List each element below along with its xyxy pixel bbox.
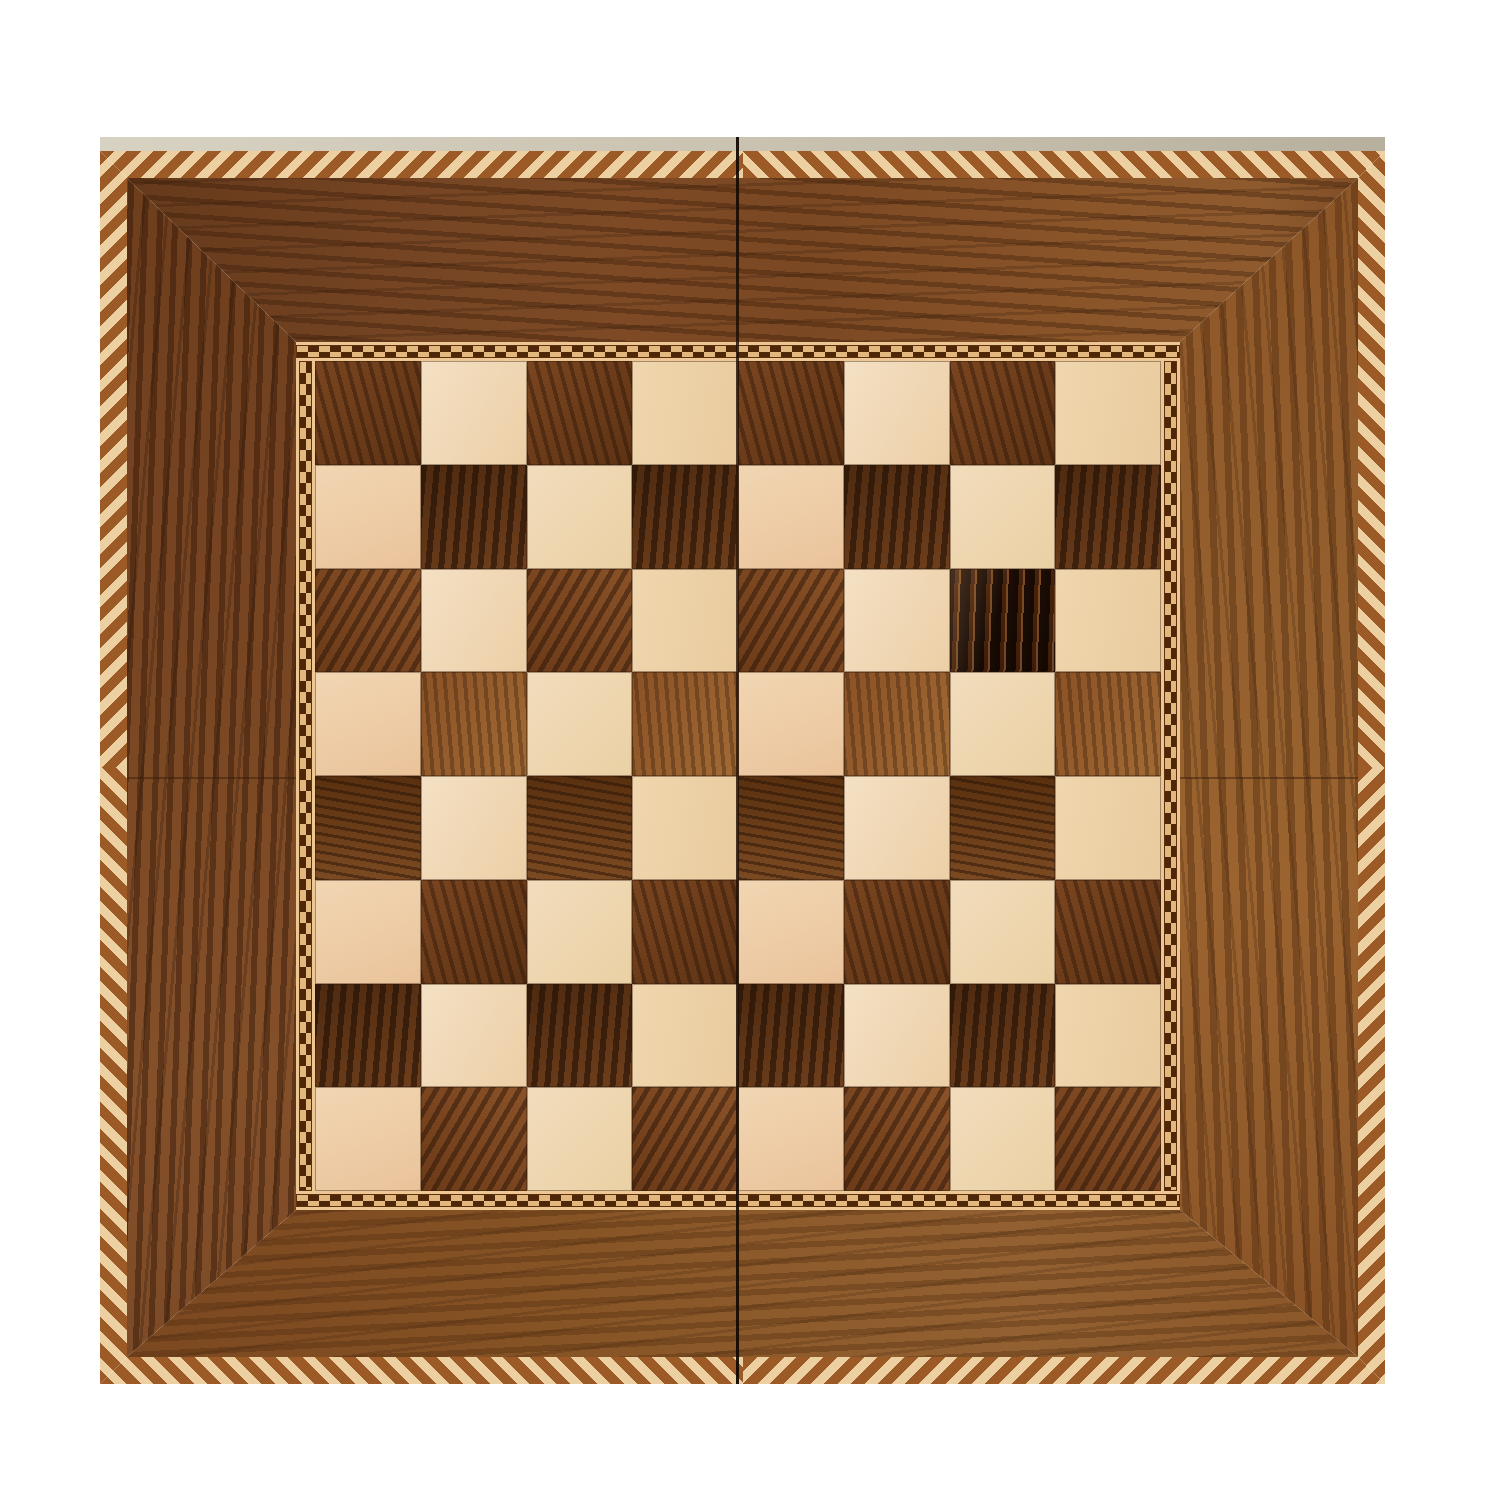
square-c3[interactable] xyxy=(527,880,633,984)
rope-inlay-right xyxy=(1358,151,1385,1384)
square-g8[interactable] xyxy=(950,361,1056,465)
square-g1[interactable] xyxy=(950,1087,1056,1191)
square-d7[interactable] xyxy=(632,465,738,569)
square-g3[interactable] xyxy=(950,880,1056,984)
square-f3[interactable] xyxy=(844,880,950,984)
square-b7[interactable] xyxy=(421,465,527,569)
square-d3[interactable] xyxy=(632,880,738,984)
frame-seam-right xyxy=(1180,777,1358,779)
frame-seam-left xyxy=(127,777,296,779)
square-e8[interactable] xyxy=(738,361,844,465)
square-f5[interactable] xyxy=(844,672,950,776)
square-h2[interactable] xyxy=(1055,984,1161,1088)
board-top-edge xyxy=(100,137,1385,151)
square-b2[interactable] xyxy=(421,984,527,1088)
square-a4[interactable] xyxy=(315,776,421,880)
square-c8[interactable] xyxy=(527,361,633,465)
square-b4[interactable] xyxy=(421,776,527,880)
rope-stripes xyxy=(100,151,127,768)
rope-stripes xyxy=(1358,768,1385,1385)
square-e7[interactable] xyxy=(738,465,844,569)
square-f4[interactable] xyxy=(844,776,950,880)
square-f2[interactable] xyxy=(844,984,950,1088)
square-f7[interactable] xyxy=(844,465,950,569)
square-d2[interactable] xyxy=(632,984,738,1088)
square-g5[interactable] xyxy=(950,672,1056,776)
square-c5[interactable] xyxy=(527,672,633,776)
rope-inlay-left xyxy=(100,151,127,1384)
square-e6[interactable] xyxy=(738,569,844,673)
square-d4[interactable] xyxy=(632,776,738,880)
square-a2[interactable] xyxy=(315,984,421,1088)
square-g7[interactable] xyxy=(950,465,1056,569)
square-a3[interactable] xyxy=(315,880,421,984)
square-c7[interactable] xyxy=(527,465,633,569)
chain-inlay-right xyxy=(1161,361,1180,1191)
square-h6[interactable] xyxy=(1055,569,1161,673)
square-e4[interactable] xyxy=(738,776,844,880)
square-c6[interactable] xyxy=(527,569,633,673)
square-d1[interactable] xyxy=(632,1087,738,1191)
square-c4[interactable] xyxy=(527,776,633,880)
square-c2[interactable] xyxy=(527,984,633,1088)
square-d6[interactable] xyxy=(632,569,738,673)
chain-inlay-left xyxy=(296,361,315,1191)
fold-seam xyxy=(736,137,739,1384)
square-f8[interactable] xyxy=(844,361,950,465)
square-f1[interactable] xyxy=(844,1087,950,1191)
square-a6[interactable] xyxy=(315,569,421,673)
square-f6[interactable] xyxy=(844,569,950,673)
square-a8[interactable] xyxy=(315,361,421,465)
square-h7[interactable] xyxy=(1055,465,1161,569)
square-g6[interactable] xyxy=(950,569,1056,673)
rope-stripes xyxy=(100,151,743,178)
square-b1[interactable] xyxy=(421,1087,527,1191)
rope-stripes xyxy=(1358,151,1385,768)
square-e1[interactable] xyxy=(738,1087,844,1191)
square-a1[interactable] xyxy=(315,1087,421,1191)
square-b5[interactable] xyxy=(421,672,527,776)
rope-inlay-bottom xyxy=(100,1357,1385,1384)
square-e3[interactable] xyxy=(738,880,844,984)
square-h3[interactable] xyxy=(1055,880,1161,984)
square-a7[interactable] xyxy=(315,465,421,569)
square-h8[interactable] xyxy=(1055,361,1161,465)
square-d5[interactable] xyxy=(632,672,738,776)
square-a5[interactable] xyxy=(315,672,421,776)
rope-stripes xyxy=(100,1357,743,1384)
photo-canvas xyxy=(0,0,1500,1500)
square-e5[interactable] xyxy=(738,672,844,776)
rope-inlay-top xyxy=(100,151,1385,178)
square-h5[interactable] xyxy=(1055,672,1161,776)
chessboard xyxy=(100,137,1385,1384)
rope-stripes xyxy=(743,1357,1386,1384)
square-g4[interactable] xyxy=(950,776,1056,880)
square-c1[interactable] xyxy=(527,1087,633,1191)
square-h1[interactable] xyxy=(1055,1087,1161,1191)
rope-stripes xyxy=(743,151,1386,178)
square-e2[interactable] xyxy=(738,984,844,1088)
square-g2[interactable] xyxy=(950,984,1056,1088)
square-h4[interactable] xyxy=(1055,776,1161,880)
square-b6[interactable] xyxy=(421,569,527,673)
square-b8[interactable] xyxy=(421,361,527,465)
rope-stripes xyxy=(100,768,127,1385)
square-b3[interactable] xyxy=(421,880,527,984)
square-d8[interactable] xyxy=(632,361,738,465)
